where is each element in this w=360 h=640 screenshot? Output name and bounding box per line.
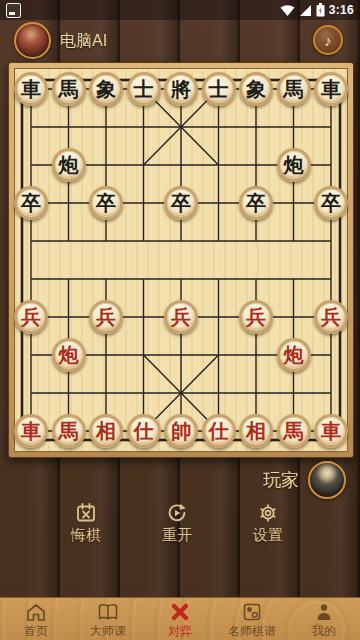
piece-red-r9c7[interactable]: 馬	[277, 414, 311, 448]
home-icon	[25, 602, 47, 622]
player-avatar[interactable]	[308, 461, 346, 499]
nav-item-game-records[interactable]: 名师棋谱	[216, 598, 288, 640]
xiangqi-board[interactable]: 車馬象士將士象馬車炮炮卒卒卒卒卒兵兵兵兵兵炮炮車馬相仕帥仕相馬車	[8, 62, 354, 458]
music-note-icon: ♪	[324, 32, 332, 49]
top-bar: 电脑AI ♪	[0, 20, 360, 64]
undo-calendar-x-icon	[75, 502, 97, 524]
nav-label-play: 对弈	[168, 623, 192, 640]
status-bar-right: 3:16	[280, 3, 354, 17]
restart-label: 重开	[162, 526, 192, 545]
restart-refresh-icon	[166, 502, 188, 524]
piece-black-r0c7[interactable]: 馬	[277, 72, 311, 106]
piece-black-r0c2[interactable]: 象	[89, 72, 123, 106]
piece-red-r9c3[interactable]: 仕	[127, 414, 161, 448]
piece-black-r0c8[interactable]: 車	[314, 72, 348, 106]
nav-item-home[interactable]: 首页	[0, 598, 72, 640]
notification-thumbnail-icon	[6, 3, 21, 18]
piece-red-r9c6[interactable]: 相	[239, 414, 273, 448]
piece-black-r0c1[interactable]: 馬	[52, 72, 86, 106]
piece-red-r6c8[interactable]: 兵	[314, 300, 348, 334]
settings-button[interactable]: 设置	[238, 502, 298, 548]
piece-black-r3c4[interactable]: 卒	[164, 186, 198, 220]
status-bar-left	[6, 3, 21, 18]
settings-label: 设置	[253, 526, 283, 545]
piece-red-r9c0[interactable]: 車	[14, 414, 48, 448]
piece-red-r9c8[interactable]: 車	[314, 414, 348, 448]
player-name: 玩家	[263, 468, 299, 492]
opponent-avatar[interactable]	[14, 22, 51, 59]
piece-red-r6c4[interactable]: 兵	[164, 300, 198, 334]
status-bar: 3:16	[0, 0, 360, 20]
nav-item-master-class[interactable]: 大师课	[72, 598, 144, 640]
nav-label-mine: 我的	[312, 623, 336, 640]
piece-black-r3c8[interactable]: 卒	[314, 186, 348, 220]
piece-red-r6c0[interactable]: 兵	[14, 300, 48, 334]
controls-row: 悔棋 重开 设置	[0, 502, 360, 548]
piece-red-r6c6[interactable]: 兵	[239, 300, 273, 334]
nav-label-game-records: 名师棋谱	[228, 623, 276, 640]
book-icon	[96, 602, 120, 622]
opponent-name: 电脑AI	[60, 31, 107, 52]
piece-black-r0c3[interactable]: 士	[127, 72, 161, 106]
piece-black-r3c0[interactable]: 卒	[14, 186, 48, 220]
piece-red-r9c2[interactable]: 相	[89, 414, 123, 448]
piece-black-r0c4[interactable]: 將	[164, 72, 198, 106]
piece-red-r9c1[interactable]: 馬	[52, 414, 86, 448]
nav-label-master-class: 大师课	[90, 623, 126, 640]
bottom-nav: 首页 大师课 对弈 名师棋谱 我的	[0, 597, 360, 640]
piece-black-r0c6[interactable]: 象	[239, 72, 273, 106]
piece-black-r3c6[interactable]: 卒	[239, 186, 273, 220]
gear-icon	[257, 502, 279, 524]
nav-item-mine[interactable]: 我的	[288, 598, 360, 640]
undo-move-button[interactable]: 悔棋	[56, 502, 116, 548]
nav-item-play[interactable]: 对弈	[144, 598, 216, 640]
piece-black-r2c7[interactable]: 炮	[277, 148, 311, 182]
clock-time: 3:16	[329, 3, 354, 17]
piece-red-r9c4[interactable]: 帥	[164, 414, 198, 448]
undo-label: 悔棋	[71, 526, 101, 545]
wifi-icon	[280, 4, 295, 17]
battery-charging-icon	[316, 3, 325, 17]
nav-label-home: 首页	[24, 623, 48, 640]
player-row: 玩家	[0, 458, 360, 502]
piece-black-r3c2[interactable]: 卒	[89, 186, 123, 220]
piece-red-r6c2[interactable]: 兵	[89, 300, 123, 334]
board-grid-lines	[9, 63, 353, 457]
game-record-icon	[241, 602, 263, 622]
cellular-signal-icon	[299, 4, 312, 17]
music-toggle-button[interactable]: ♪	[313, 25, 343, 55]
piece-black-r0c5[interactable]: 士	[202, 72, 236, 106]
profile-icon	[313, 602, 335, 622]
piece-red-r9c5[interactable]: 仕	[202, 414, 236, 448]
piece-red-r7c7[interactable]: 炮	[277, 338, 311, 372]
piece-black-r2c1[interactable]: 炮	[52, 148, 86, 182]
piece-red-r7c1[interactable]: 炮	[52, 338, 86, 372]
restart-game-button[interactable]: 重开	[147, 502, 207, 548]
piece-black-r0c0[interactable]: 車	[14, 72, 48, 106]
battle-x-icon	[169, 602, 191, 622]
